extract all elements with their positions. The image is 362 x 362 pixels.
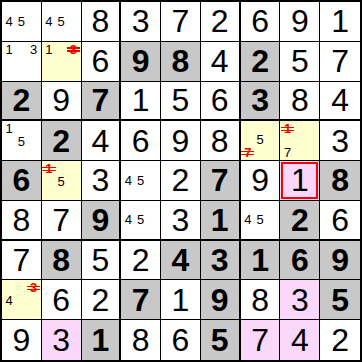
candidate-slot-5: 5	[135, 174, 147, 187]
cell-r1c9[interactable]: 1	[320, 2, 360, 42]
solved-digit: 3	[92, 164, 110, 196]
candidate-slot-1: 1	[43, 162, 55, 175]
cell-r2c9[interactable]: 7	[320, 42, 360, 82]
candidate-slot-7	[43, 68, 55, 80]
eliminated-candidate-7: 7	[243, 146, 252, 159]
cell-r9c1[interactable]: 9	[2, 320, 42, 360]
candidate-slot-7	[43, 28, 55, 40]
candidate-slot-6	[147, 174, 159, 187]
cell-r6c7[interactable]: 45	[241, 201, 281, 241]
candidate-slot-8	[55, 188, 67, 199]
candidate-slot-8	[15, 68, 27, 80]
candidate-slot-1: 1	[3, 122, 15, 135]
candidate-grid: 15	[3, 122, 40, 159]
solved-digit: 8	[132, 324, 150, 356]
candidate-slot-7: 7	[281, 146, 293, 159]
cell-r6c1[interactable]: 8	[2, 201, 42, 241]
candidate-slot-7	[3, 148, 15, 159]
cell-r3c3[interactable]: 7	[82, 82, 122, 122]
candidate-grid: 17	[281, 122, 318, 159]
cell-r3c1[interactable]: 2	[2, 82, 42, 122]
candidate-slot-1	[242, 122, 254, 133]
candidate-slot-1: 1	[43, 43, 55, 56]
candidate-slot-3	[28, 3, 40, 15]
solved-digit: 6	[331, 204, 349, 236]
candidate-slot-7	[3, 68, 15, 80]
candidate-slot-6	[28, 15, 40, 28]
solved-digit: 6	[251, 5, 269, 37]
eliminated-candidate-1: 1	[44, 162, 53, 175]
candidate-slot-7	[43, 188, 55, 199]
cell-r5c8[interactable]: 1	[280, 161, 320, 201]
solved-digit: 8	[92, 5, 110, 37]
solved-digit: 9	[172, 125, 190, 157]
given-digit: 9	[92, 204, 110, 236]
candidate-slot-5: 5	[254, 133, 266, 146]
candidate-slot-3	[306, 122, 318, 135]
given-digit: 4	[172, 244, 190, 276]
cell-r2c8[interactable]: 5	[280, 42, 320, 82]
candidate-slot-2	[15, 43, 27, 56]
cell-r8c1[interactable]: 34	[2, 280, 42, 320]
candidate-slot-1: 1	[3, 43, 15, 56]
candidate-grid: 45	[122, 162, 159, 199]
candidate-slot-5: 5	[55, 175, 67, 188]
candidate-slot-3	[67, 3, 79, 15]
cell-r9c8[interactable]: 4	[280, 320, 320, 360]
cell-r1c8[interactable]: 9	[280, 2, 320, 42]
candidate-grid: 13	[3, 43, 40, 80]
candidate-slot-6	[28, 56, 40, 68]
cell-r3c5[interactable]: 5	[161, 82, 201, 122]
solved-digit: 5	[92, 244, 110, 276]
eliminated-candidate-3: 3	[69, 43, 78, 56]
given-digit: 1	[251, 244, 269, 276]
candidate-3: 3	[29, 43, 38, 56]
cell-r5c1[interactable]: 6	[2, 161, 42, 201]
solved-digit: 4	[291, 324, 309, 356]
solved-digit: 1	[331, 5, 349, 37]
candidate-slot-8	[135, 187, 147, 199]
cell-r1c7[interactable]: 6	[241, 2, 281, 42]
cell-r3c8[interactable]: 8	[280, 82, 320, 122]
solved-digit: 7	[12, 244, 30, 276]
candidate-slot-7	[3, 307, 15, 318]
candidate-4: 4	[243, 213, 252, 226]
cell-r6c5[interactable]: 3	[161, 201, 201, 241]
cell-r9c5[interactable]: 6	[161, 320, 201, 360]
candidate-5: 5	[17, 15, 26, 28]
candidate-slot-4: 4	[122, 213, 134, 226]
candidate-slot-9	[266, 146, 278, 159]
candidate-slot-3	[147, 202, 159, 213]
eliminated-candidate-3: 3	[29, 281, 38, 294]
solved-digit: 7	[251, 324, 269, 356]
candidate-4: 4	[5, 294, 14, 307]
candidate-slot-9	[67, 68, 79, 80]
solved-digit: 5	[291, 45, 309, 77]
candidate-slot-7	[3, 28, 15, 40]
candidate-slot-9	[28, 307, 40, 318]
solved-digit: 3	[172, 204, 190, 236]
solved-digit: 2	[92, 284, 110, 316]
candidate-slot-9	[147, 187, 159, 199]
candidate-grid: 45	[122, 202, 159, 238]
solved-digit: 9	[251, 164, 269, 196]
candidate-grid: 57	[242, 122, 279, 159]
cell-r4c7[interactable]: 57	[241, 121, 281, 161]
candidate-slot-8	[55, 68, 67, 80]
solved-digit: 7	[331, 45, 349, 77]
cell-r1c4[interactable]: 3	[121, 2, 161, 42]
cell-r1c5[interactable]: 7	[161, 2, 201, 42]
candidate-4: 4	[124, 213, 133, 226]
cell-r5c9[interactable]: 8	[320, 161, 360, 201]
candidate-slot-8	[294, 146, 306, 159]
candidate-slot-9	[28, 68, 40, 80]
solved-digit: 4	[92, 125, 110, 157]
cell-r5c5[interactable]: 2	[161, 161, 201, 201]
cell-r9c2[interactable]: 3	[42, 320, 82, 360]
candidate-slot-8	[135, 226, 147, 237]
candidate-slot-5: 5	[254, 213, 266, 226]
solved-digit: 2	[172, 164, 190, 196]
cell-r6c3[interactable]: 9	[82, 201, 122, 241]
cell-r5c4[interactable]: 45	[121, 161, 161, 201]
solved-digit: 5	[172, 84, 190, 116]
cell-r8c3[interactable]: 2	[82, 280, 122, 320]
candidate-slot-3	[266, 122, 278, 133]
candidate-slot-4	[3, 135, 15, 148]
candidate-slot-9	[147, 226, 159, 237]
solved-digit: 8	[12, 204, 30, 236]
given-digit: 3	[211, 244, 229, 276]
candidate-slot-9	[67, 188, 79, 199]
cell-r2c3[interactable]: 6	[82, 42, 122, 82]
solved-digit: 6	[211, 84, 229, 116]
cell-r4c6[interactable]: 8	[201, 121, 241, 161]
candidate-4: 4	[44, 15, 53, 28]
cell-r6c9[interactable]: 6	[320, 201, 360, 241]
cell-r7c9[interactable]: 9	[320, 241, 360, 281]
solved-digit: 3	[132, 5, 150, 37]
candidate-slot-4	[3, 56, 15, 68]
cell-r3c2[interactable]: 9	[42, 82, 82, 122]
candidate-slot-5	[294, 135, 306, 146]
cell-r2c5[interactable]: 8	[161, 42, 201, 82]
given-digit: 8	[172, 45, 190, 77]
solved-digit: 8	[291, 84, 309, 116]
candidate-slot-9	[28, 148, 40, 159]
candidate-slot-5	[55, 56, 67, 68]
cell-r1c2[interactable]: 45	[42, 2, 82, 42]
candidate-slot-8	[15, 28, 27, 40]
candidate-grid: 34	[3, 281, 40, 318]
solved-digit: 8	[211, 125, 229, 157]
candidate-slot-9	[306, 146, 318, 159]
candidate-5: 5	[57, 175, 66, 188]
cell-r8c8[interactable]: 3	[280, 280, 320, 320]
solved-digit: 9	[12, 324, 30, 356]
candidate-slot-5	[15, 294, 27, 307]
eliminated-candidate-1: 1	[283, 122, 292, 135]
given-digit: 8	[52, 244, 70, 276]
cell-r2c1[interactable]: 13	[2, 42, 42, 82]
cell-r7c1[interactable]: 7	[2, 241, 42, 281]
cell-r8c4[interactable]: 7	[121, 280, 161, 320]
cell-r9c9[interactable]: 2	[320, 320, 360, 360]
candidate-slot-7	[242, 226, 254, 237]
cell-r4c9[interactable]: 3	[320, 121, 360, 161]
candidate-slot-3: 3	[67, 43, 79, 56]
candidate-slot-8	[55, 28, 67, 40]
candidate-4: 4	[5, 15, 14, 28]
candidate-slot-6	[67, 56, 79, 68]
candidate-slot-7: 7	[242, 146, 254, 159]
solved-digit: 9	[52, 84, 70, 116]
candidate-5: 5	[136, 213, 145, 226]
given-digit: 2	[12, 84, 30, 116]
candidate-grid: 45	[242, 202, 279, 238]
sudoku-board: 4545837269113136984257297156384152469857…	[0, 0, 362, 362]
cell-r6c6[interactable]: 1	[201, 201, 241, 241]
cell-r6c4[interactable]: 45	[121, 201, 161, 241]
cell-r9c3[interactable]: 1	[82, 320, 122, 360]
solved-digit: 1	[291, 164, 309, 196]
cell-r7c3[interactable]: 5	[82, 241, 122, 281]
solved-digit: 4	[331, 84, 349, 116]
solved-digit: 2	[331, 324, 349, 356]
given-digit: 9	[331, 244, 349, 276]
candidate-grid: 15	[43, 162, 80, 199]
candidate-5: 5	[255, 133, 264, 146]
candidate-grid: 13	[43, 43, 80, 80]
cell-r4c2[interactable]: 2	[42, 121, 82, 161]
cell-r7c6[interactable]: 3	[201, 241, 241, 281]
given-digit: 9	[211, 284, 229, 316]
candidate-slot-5: 5	[135, 213, 147, 226]
given-digit: 5	[211, 324, 229, 356]
solved-digit: 2	[211, 5, 229, 37]
solved-digit: 6	[52, 284, 70, 316]
solved-digit: 9	[291, 5, 309, 37]
cell-r6c2[interactable]: 7	[42, 201, 82, 241]
given-digit: 9	[132, 45, 150, 77]
cell-r4c1[interactable]: 15	[2, 121, 42, 161]
candidate-4: 4	[124, 174, 133, 187]
solved-digit: 1	[132, 84, 150, 116]
given-digit: 5	[331, 284, 349, 316]
solved-digit: 3	[331, 125, 349, 157]
candidate-5: 5	[255, 213, 264, 226]
candidate-slot-9	[67, 28, 79, 40]
cell-r2c7[interactable]: 2	[241, 42, 281, 82]
candidate-slot-3	[67, 162, 79, 175]
cell-r3c7[interactable]: 3	[241, 82, 281, 122]
candidate-slot-6	[67, 15, 79, 28]
cell-r7c7[interactable]: 1	[241, 241, 281, 281]
cell-r4c8[interactable]: 17	[280, 121, 320, 161]
cell-r2c6[interactable]: 4	[201, 42, 241, 82]
solved-digit: 4	[211, 45, 229, 77]
candidate-1: 1	[44, 43, 53, 56]
cell-r3c9[interactable]: 4	[320, 82, 360, 122]
cell-r7c5[interactable]: 4	[161, 241, 201, 281]
candidate-slot-3	[266, 202, 278, 213]
candidate-slot-8	[15, 148, 27, 159]
solved-digit: 1	[172, 284, 190, 316]
candidate-slot-8	[254, 226, 266, 237]
candidate-slot-2	[15, 281, 27, 294]
solved-digit: 6	[172, 324, 190, 356]
candidate-slot-7	[122, 226, 134, 237]
cell-r7c8[interactable]: 6	[280, 241, 320, 281]
given-digit: 2	[291, 204, 309, 236]
given-digit: 2	[52, 125, 70, 157]
cell-r8c5[interactable]: 1	[161, 280, 201, 320]
cell-r8c6[interactable]: 9	[201, 280, 241, 320]
solved-digit: 6	[92, 45, 110, 77]
cell-r4c5[interactable]: 9	[161, 121, 201, 161]
cell-r8c7[interactable]: 8	[241, 280, 281, 320]
candidate-slot-6	[147, 213, 159, 226]
solved-digit: 3	[52, 324, 70, 356]
candidate-slot-4: 4	[43, 15, 55, 28]
candidate-slot-7	[122, 187, 134, 199]
candidate-5: 5	[136, 174, 145, 187]
candidate-grid: 45	[43, 3, 80, 40]
cell-r9c6[interactable]: 5	[201, 320, 241, 360]
solved-digit: 3	[291, 284, 309, 316]
candidate-slot-4: 4	[3, 294, 15, 307]
given-digit: 6	[291, 244, 309, 276]
candidate-slot-1: 1	[281, 122, 293, 135]
candidate-slot-6	[266, 133, 278, 146]
cell-r1c1[interactable]: 45	[2, 2, 42, 42]
cell-r9c4[interactable]: 8	[121, 320, 161, 360]
candidate-1: 1	[5, 122, 14, 135]
candidate-slot-5: 5	[15, 135, 27, 148]
candidate-slot-3: 3	[28, 43, 40, 56]
cell-r7c2[interactable]: 8	[42, 241, 82, 281]
candidate-slot-6	[67, 175, 79, 188]
candidate-slot-6	[28, 294, 40, 307]
cell-r4c3[interactable]: 4	[82, 121, 122, 161]
cell-r5c3[interactable]: 3	[82, 161, 122, 201]
solved-digit: 6	[132, 125, 150, 157]
given-digit: 1	[92, 324, 110, 356]
candidate-grid: 45	[3, 3, 40, 40]
solved-digit: 7	[172, 5, 190, 37]
cell-r2c4[interactable]: 9	[121, 42, 161, 82]
candidate-slot-5	[15, 56, 27, 68]
cell-r4c4[interactable]: 6	[121, 121, 161, 161]
cell-r1c3[interactable]: 8	[82, 2, 122, 42]
given-digit: 8	[331, 164, 349, 196]
given-digit: 7	[132, 284, 150, 316]
candidate-slot-3	[147, 162, 159, 174]
given-digit: 2	[251, 45, 269, 77]
solved-digit: 7	[52, 204, 70, 236]
cell-r5c7[interactable]: 9	[241, 161, 281, 201]
candidate-slot-8	[15, 307, 27, 318]
cell-r6c8[interactable]: 2	[280, 201, 320, 241]
cell-r7c4[interactable]: 2	[121, 241, 161, 281]
candidate-slot-6	[28, 135, 40, 148]
cell-r1c6[interactable]: 2	[201, 2, 241, 42]
solved-digit: 2	[132, 244, 150, 276]
candidate-slot-9	[266, 226, 278, 237]
candidate-slot-4: 4	[242, 213, 254, 226]
candidate-slot-6	[306, 135, 318, 146]
cell-r9c7[interactable]: 7	[241, 320, 281, 360]
given-digit: 3	[251, 84, 269, 116]
candidate-slot-3: 3	[28, 281, 40, 294]
candidate-slot-3	[28, 122, 40, 135]
candidate-slot-4	[43, 175, 55, 188]
candidate-7: 7	[283, 146, 292, 159]
candidate-slot-4: 4	[122, 174, 134, 187]
candidate-5: 5	[17, 135, 26, 148]
candidate-slot-4	[43, 56, 55, 68]
candidate-slot-2	[55, 43, 67, 56]
candidate-slot-5: 5	[55, 15, 67, 28]
candidate-slot-8	[254, 146, 266, 159]
given-digit: 6	[12, 164, 30, 196]
cell-r8c2[interactable]: 6	[42, 280, 82, 320]
candidate-5: 5	[57, 15, 66, 28]
candidate-slot-5: 5	[15, 15, 27, 28]
cell-r3c4[interactable]: 1	[121, 82, 161, 122]
given-digit: 7	[92, 84, 110, 116]
candidate-1: 1	[5, 43, 14, 56]
candidate-slot-6	[266, 213, 278, 226]
cell-r3c6[interactable]: 6	[201, 82, 241, 122]
given-digit: 7	[211, 164, 229, 196]
cell-r5c2[interactable]: 15	[42, 161, 82, 201]
cell-r2c2[interactable]: 13	[42, 42, 82, 82]
candidate-slot-2	[294, 122, 306, 135]
cell-r8c9[interactable]: 5	[320, 280, 360, 320]
cell-r5c6[interactable]: 7	[201, 161, 241, 201]
given-digit: 1	[211, 204, 229, 236]
solved-digit: 8	[251, 284, 269, 316]
candidate-slot-9	[28, 28, 40, 40]
candidate-slot-4: 4	[3, 15, 15, 28]
